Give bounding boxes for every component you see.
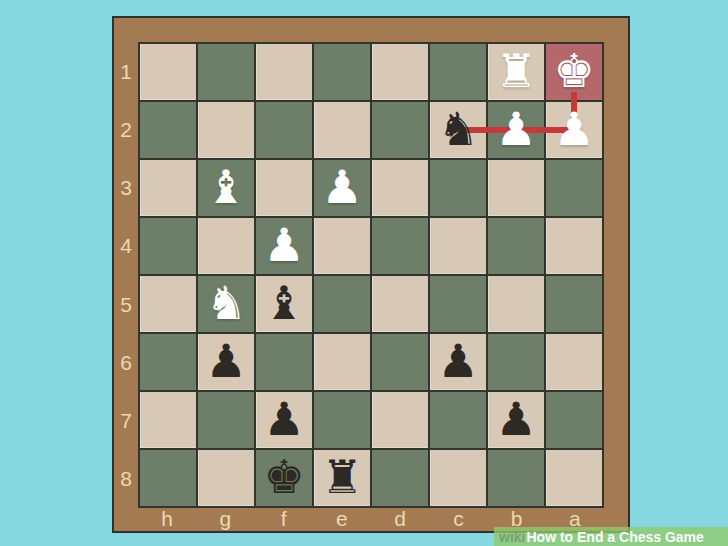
piece-black-rook: ♜ — [314, 450, 370, 506]
file-label-d: d — [371, 508, 429, 531]
piece-white-pawn: ♟ — [314, 160, 370, 216]
square-e6 — [314, 334, 370, 390]
piece-white-pawn: ♟ — [488, 102, 544, 158]
piece-black-pawn: ♟ — [430, 334, 486, 390]
square-g2 — [198, 102, 254, 158]
square-e2 — [314, 102, 370, 158]
file-label-g: g — [196, 508, 254, 531]
square-g6: ♟ — [198, 334, 254, 390]
piece-black-bishop: ♝ — [256, 276, 312, 332]
square-b7: ♟ — [488, 392, 544, 448]
piece-white-pawn: ♟ — [546, 102, 602, 158]
square-f6 — [256, 334, 312, 390]
file-label-e: e — [313, 508, 371, 531]
square-c1 — [430, 44, 486, 100]
square-a4 — [546, 218, 602, 274]
rank-label-3: 3 — [114, 159, 138, 217]
rank-label-6: 6 — [114, 333, 138, 391]
file-label-h: h — [138, 508, 196, 531]
square-h3 — [140, 160, 196, 216]
square-h4 — [140, 218, 196, 274]
piece-black-knight: ♞ — [430, 102, 486, 158]
piece-white-knight: ♞ — [198, 276, 254, 332]
square-f7: ♟ — [256, 392, 312, 448]
square-e5 — [314, 276, 370, 332]
square-d4 — [372, 218, 428, 274]
square-a5 — [546, 276, 602, 332]
rank-label-5: 5 — [114, 275, 138, 333]
square-c2: ♞ — [430, 102, 486, 158]
square-h8 — [140, 450, 196, 506]
square-g7 — [198, 392, 254, 448]
square-d7 — [372, 392, 428, 448]
square-a2: ♟ — [546, 102, 602, 158]
square-c7 — [430, 392, 486, 448]
square-d2 — [372, 102, 428, 158]
square-b2: ♟ — [488, 102, 544, 158]
square-b6 — [488, 334, 544, 390]
piece-white-bishop: ♝ — [198, 160, 254, 216]
square-f1 — [256, 44, 312, 100]
square-c5 — [430, 276, 486, 332]
rank-label-1: 1 — [114, 42, 138, 100]
square-f5: ♝ — [256, 276, 312, 332]
square-e1 — [314, 44, 370, 100]
piece-white-rook: ♜ — [488, 44, 544, 100]
square-f3 — [256, 160, 312, 216]
square-d6 — [372, 334, 428, 390]
square-g1 — [198, 44, 254, 100]
square-h2 — [140, 102, 196, 158]
square-e7 — [314, 392, 370, 448]
watermark-wiki-text: wiki — [499, 529, 525, 545]
square-b8 — [488, 450, 544, 506]
file-label-f: f — [255, 508, 313, 531]
square-a3 — [546, 160, 602, 216]
square-g8 — [198, 450, 254, 506]
square-d3 — [372, 160, 428, 216]
board-frame: 12345678 ♜♚♞♟♟♝♟♟♞♝♟♟♟♟♚♜ hgfedcba — [112, 16, 630, 533]
square-h7 — [140, 392, 196, 448]
square-g5: ♞ — [198, 276, 254, 332]
piece-black-pawn: ♟ — [198, 334, 254, 390]
square-e4 — [314, 218, 370, 274]
square-h6 — [140, 334, 196, 390]
square-c6: ♟ — [430, 334, 486, 390]
wikihow-watermark: wiki How to End a Chess Game — [494, 527, 728, 546]
square-c4 — [430, 218, 486, 274]
square-h1 — [140, 44, 196, 100]
square-d8 — [372, 450, 428, 506]
file-label-c: c — [429, 508, 487, 531]
rank-label-8: 8 — [114, 450, 138, 508]
square-a6 — [546, 334, 602, 390]
rank-label-2: 2 — [114, 100, 138, 158]
piece-white-king: ♚ — [546, 44, 602, 100]
square-b5 — [488, 276, 544, 332]
piece-black-pawn: ♟ — [256, 392, 312, 448]
square-b4 — [488, 218, 544, 274]
square-a7 — [546, 392, 602, 448]
square-c8 — [430, 450, 486, 506]
square-e3: ♟ — [314, 160, 370, 216]
rank-label-7: 7 — [114, 392, 138, 450]
watermark-title-text: How to End a Chess Game — [526, 529, 703, 545]
square-g3: ♝ — [198, 160, 254, 216]
square-a1: ♚ — [546, 44, 602, 100]
square-b1: ♜ — [488, 44, 544, 100]
piece-black-king: ♚ — [256, 450, 312, 506]
square-a8 — [546, 450, 602, 506]
square-f4: ♟ — [256, 218, 312, 274]
rank-labels: 12345678 — [114, 42, 138, 508]
piece-black-pawn: ♟ — [488, 392, 544, 448]
square-g4 — [198, 218, 254, 274]
square-e8: ♜ — [314, 450, 370, 506]
chess-board: ♜♚♞♟♟♝♟♟♞♝♟♟♟♟♚♜ — [138, 42, 604, 508]
square-f2 — [256, 102, 312, 158]
square-f8: ♚ — [256, 450, 312, 506]
square-h5 — [140, 276, 196, 332]
piece-white-pawn: ♟ — [256, 218, 312, 274]
square-c3 — [430, 160, 486, 216]
square-b3 — [488, 160, 544, 216]
rank-label-4: 4 — [114, 217, 138, 275]
square-d1 — [372, 44, 428, 100]
square-d5 — [372, 276, 428, 332]
